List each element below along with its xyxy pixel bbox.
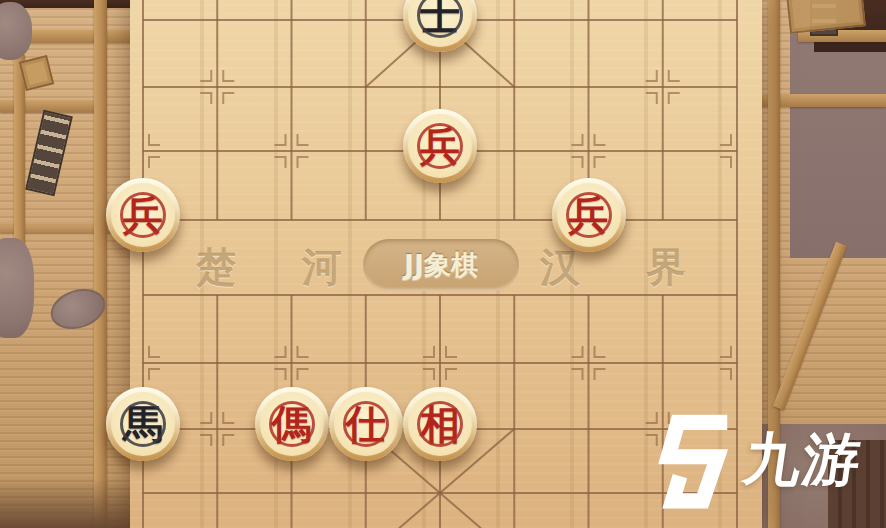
piece-ring bbox=[269, 401, 315, 447]
piece-face: 兵 bbox=[408, 114, 472, 178]
piece-ring bbox=[566, 192, 612, 238]
jiuyou-watermark: 九游 bbox=[652, 392, 886, 528]
piece-face: 仕 bbox=[334, 392, 398, 456]
red-soldier-piece[interactable]: 兵 bbox=[106, 178, 180, 252]
piece-face: 兵 bbox=[111, 183, 175, 247]
piece-ring bbox=[343, 401, 389, 447]
game-stage: 楚 河 汉 界 JJ象棋 士兵兵兵馬傌仕相 九游 bbox=[0, 0, 886, 528]
piece-face: 兵 bbox=[557, 183, 621, 247]
red-horse-piece[interactable]: 傌 bbox=[255, 387, 329, 461]
piece-face: 馬 bbox=[111, 392, 175, 456]
piece-face: 傌 bbox=[260, 392, 324, 456]
jiuyou-logo-text: 九游 bbox=[739, 422, 868, 499]
piece-ring bbox=[120, 192, 166, 238]
piece-ring bbox=[417, 123, 463, 169]
red-advisor-piece[interactable]: 仕 bbox=[329, 387, 403, 461]
red-soldier-piece[interactable]: 兵 bbox=[403, 109, 477, 183]
piece-face: 士 bbox=[408, 0, 472, 47]
piece-ring bbox=[120, 401, 166, 447]
piece-ring bbox=[417, 401, 463, 447]
red-elephant-piece[interactable]: 相 bbox=[403, 387, 477, 461]
jiuyou-logo-icon bbox=[652, 410, 738, 510]
piece-face: 相 bbox=[408, 392, 472, 456]
black-horse-piece[interactable]: 馬 bbox=[106, 387, 180, 461]
black-advisor-piece[interactable]: 士 bbox=[403, 0, 477, 52]
red-soldier-piece[interactable]: 兵 bbox=[552, 178, 626, 252]
